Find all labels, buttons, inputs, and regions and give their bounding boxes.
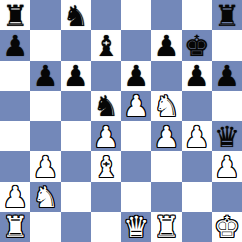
square-f2[interactable] <box>151 182 181 212</box>
square-b3[interactable]: ♟ <box>30 151 60 181</box>
white-pawn[interactable]: ♟ <box>153 123 179 152</box>
square-h5[interactable] <box>212 91 242 121</box>
square-a2[interactable]: ♟ <box>0 182 30 212</box>
black-rook[interactable]: ♜ <box>2 2 28 31</box>
black-knight[interactable]: ♞ <box>63 2 89 31</box>
square-b6[interactable]: ♟ <box>30 61 60 91</box>
square-g5[interactable] <box>182 91 212 121</box>
white-rook[interactable]: ♜ <box>2 213 28 242</box>
white-queen[interactable]: ♛ <box>123 213 149 242</box>
square-c7[interactable] <box>61 30 91 60</box>
white-pawn[interactable]: ♟ <box>93 123 119 152</box>
square-g3[interactable] <box>182 151 212 181</box>
black-pawn[interactable]: ♟ <box>123 62 149 91</box>
white-knight[interactable]: ♞ <box>32 183 58 212</box>
square-f8[interactable] <box>151 0 181 30</box>
square-h4[interactable]: ♛ <box>212 121 242 151</box>
square-g6[interactable]: ♟ <box>182 61 212 91</box>
black-pawn[interactable]: ♟ <box>32 62 58 91</box>
square-g8[interactable] <box>182 0 212 30</box>
square-c3[interactable] <box>61 151 91 181</box>
square-d6[interactable] <box>91 61 121 91</box>
square-c4[interactable] <box>61 121 91 151</box>
square-c8[interactable]: ♞ <box>61 0 91 30</box>
square-f3[interactable] <box>151 151 181 181</box>
square-c2[interactable] <box>61 182 91 212</box>
square-g7[interactable]: ♚ <box>182 30 212 60</box>
square-h6[interactable]: ♟ <box>212 61 242 91</box>
square-e5[interactable]: ♟ <box>121 91 151 121</box>
square-d4[interactable]: ♟ <box>91 121 121 151</box>
square-d7[interactable]: ♝ <box>91 30 121 60</box>
square-f5[interactable]: ♞ <box>151 91 181 121</box>
square-d1[interactable] <box>91 212 121 242</box>
square-d2[interactable] <box>91 182 121 212</box>
white-pawn[interactable]: ♟ <box>2 183 28 212</box>
black-rook[interactable]: ♜ <box>214 2 240 31</box>
square-f4[interactable]: ♟ <box>151 121 181 151</box>
square-e3[interactable] <box>121 151 151 181</box>
square-f1[interactable]: ♜ <box>151 212 181 242</box>
black-pawn[interactable]: ♟ <box>63 62 89 91</box>
square-b1[interactable] <box>30 212 60 242</box>
white-pawn[interactable]: ♟ <box>214 153 240 182</box>
white-rook[interactable]: ♜ <box>153 213 179 242</box>
square-b8[interactable] <box>30 0 60 30</box>
square-a5[interactable] <box>0 91 30 121</box>
square-g2[interactable] <box>182 182 212 212</box>
black-pawn[interactable]: ♟ <box>214 62 240 91</box>
square-b7[interactable] <box>30 30 60 60</box>
square-d8[interactable] <box>91 0 121 30</box>
square-a7[interactable]: ♟ <box>0 30 30 60</box>
black-queen[interactable]: ♛ <box>214 123 240 152</box>
white-pawn[interactable]: ♟ <box>32 153 58 182</box>
square-b4[interactable] <box>30 121 60 151</box>
white-knight[interactable]: ♞ <box>153 92 179 121</box>
black-king[interactable]: ♚ <box>184 32 210 61</box>
square-h1[interactable]: ♚ <box>212 212 242 242</box>
square-e7[interactable] <box>121 30 151 60</box>
square-b2[interactable]: ♞ <box>30 182 60 212</box>
square-c1[interactable] <box>61 212 91 242</box>
white-bishop[interactable]: ♝ <box>93 153 119 182</box>
square-h7[interactable] <box>212 30 242 60</box>
square-b5[interactable] <box>30 91 60 121</box>
black-knight[interactable]: ♞ <box>93 92 119 121</box>
square-a8[interactable]: ♜ <box>0 0 30 30</box>
white-king[interactable]: ♚ <box>214 213 240 242</box>
square-e1[interactable]: ♛ <box>121 212 151 242</box>
black-pawn[interactable]: ♟ <box>184 62 210 91</box>
square-e2[interactable] <box>121 182 151 212</box>
square-a1[interactable]: ♜ <box>0 212 30 242</box>
square-g4[interactable]: ♟ <box>182 121 212 151</box>
black-bishop[interactable]: ♝ <box>93 32 119 61</box>
square-d3[interactable]: ♝ <box>91 151 121 181</box>
square-h8[interactable]: ♜ <box>212 0 242 30</box>
square-f6[interactable] <box>151 61 181 91</box>
square-a4[interactable] <box>0 121 30 151</box>
square-e6[interactable]: ♟ <box>121 61 151 91</box>
square-h2[interactable] <box>212 182 242 212</box>
black-pawn[interactable]: ♟ <box>2 32 28 61</box>
square-a6[interactable] <box>0 61 30 91</box>
white-pawn[interactable]: ♟ <box>123 92 149 121</box>
square-g1[interactable] <box>182 212 212 242</box>
square-f7[interactable]: ♟ <box>151 30 181 60</box>
square-c5[interactable] <box>61 91 91 121</box>
square-d5[interactable]: ♞ <box>91 91 121 121</box>
chess-board: ♜♞♜♟♝♟♚♟♟♟♟♟♞♟♞♟♟♟♛♟♝♟♟♞♜♛♜♚ <box>0 0 242 242</box>
square-e4[interactable] <box>121 121 151 151</box>
square-a3[interactable] <box>0 151 30 181</box>
white-pawn[interactable]: ♟ <box>184 123 210 152</box>
square-h3[interactable]: ♟ <box>212 151 242 181</box>
black-pawn[interactable]: ♟ <box>153 32 179 61</box>
square-e8[interactable] <box>121 0 151 30</box>
square-c6[interactable]: ♟ <box>61 61 91 91</box>
